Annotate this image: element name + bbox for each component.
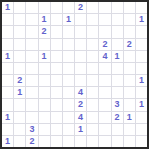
empty-cell[interactable]	[26, 51, 37, 62]
clue-cell-r10c2: 3	[26, 124, 37, 135]
clue-cell-r7c6: 4	[75, 87, 86, 98]
empty-cell[interactable]	[99, 87, 110, 98]
empty-cell[interactable]	[112, 63, 123, 74]
empty-cell[interactable]	[87, 2, 98, 13]
empty-cell[interactable]	[39, 99, 50, 110]
empty-cell[interactable]	[124, 136, 135, 147]
clue-cell-r4c3: 1	[39, 51, 50, 62]
empty-cell[interactable]	[136, 26, 147, 37]
clue-cell-r11c0: 1	[2, 136, 13, 147]
clue-cell-r8c9: 3	[112, 99, 123, 110]
clue-cell-r6c11: 1	[136, 75, 147, 86]
empty-cell[interactable]	[87, 136, 98, 147]
empty-cell[interactable]	[51, 39, 62, 50]
empty-cell[interactable]	[87, 87, 98, 98]
empty-cell[interactable]	[39, 39, 50, 50]
clue-cell-r1c11: 1	[136, 14, 147, 25]
clue-cell-r7c1: 1	[14, 87, 25, 98]
empty-cell[interactable]	[136, 63, 147, 74]
empty-cell[interactable]	[26, 39, 37, 50]
empty-cell[interactable]	[51, 99, 62, 110]
empty-cell[interactable]	[14, 26, 25, 37]
empty-cell[interactable]	[26, 87, 37, 98]
empty-cell[interactable]	[136, 2, 147, 13]
empty-cell[interactable]	[112, 136, 123, 147]
empty-cell[interactable]	[136, 124, 147, 135]
clue-cell-r8c11: 1	[136, 99, 147, 110]
empty-cell[interactable]	[14, 112, 25, 123]
empty-cell[interactable]	[87, 14, 98, 25]
empty-cell[interactable]	[75, 63, 86, 74]
empty-cell[interactable]	[39, 136, 50, 147]
empty-cell[interactable]	[39, 63, 50, 74]
empty-cell[interactable]	[2, 99, 13, 110]
empty-cell[interactable]	[63, 63, 74, 74]
empty-cell[interactable]	[87, 112, 98, 123]
empty-cell[interactable]	[124, 51, 135, 62]
puzzle-area: 121112221141211423114213112	[0, 0, 149, 149]
empty-cell[interactable]	[2, 87, 13, 98]
empty-cell[interactable]	[75, 14, 86, 25]
empty-cell[interactable]	[14, 136, 25, 147]
empty-cell[interactable]	[39, 75, 50, 86]
empty-cell[interactable]	[14, 124, 25, 135]
empty-cell[interactable]	[124, 14, 135, 25]
empty-cell[interactable]	[112, 124, 123, 135]
empty-cell[interactable]	[99, 136, 110, 147]
empty-cell[interactable]	[99, 75, 110, 86]
clue-cell-r4c0: 1	[2, 51, 13, 62]
empty-cell[interactable]	[2, 26, 13, 37]
empty-cell[interactable]	[112, 39, 123, 50]
clue-cell-r9c9: 2	[112, 112, 123, 123]
clue-cell-r0c6: 2	[75, 2, 86, 13]
clue-cell-r10c6: 1	[75, 124, 86, 135]
empty-cell[interactable]	[14, 51, 25, 62]
empty-cell[interactable]	[75, 51, 86, 62]
empty-cell[interactable]	[26, 2, 37, 13]
clue-cell-r0c0: 1	[2, 2, 13, 13]
empty-cell[interactable]	[75, 136, 86, 147]
empty-cell[interactable]	[26, 14, 37, 25]
empty-cell[interactable]	[51, 51, 62, 62]
clue-cell-r4c9: 1	[112, 51, 123, 62]
empty-cell[interactable]	[99, 26, 110, 37]
empty-cell[interactable]	[99, 2, 110, 13]
empty-cell[interactable]	[14, 14, 25, 25]
empty-cell[interactable]	[87, 39, 98, 50]
empty-cell[interactable]	[26, 63, 37, 74]
empty-cell[interactable]	[51, 136, 62, 147]
empty-cell[interactable]	[75, 26, 86, 37]
empty-cell[interactable]	[124, 99, 135, 110]
empty-cell[interactable]	[87, 75, 98, 86]
empty-cell[interactable]	[75, 75, 86, 86]
empty-cell[interactable]	[63, 51, 74, 62]
empty-cell[interactable]	[87, 99, 98, 110]
empty-cell[interactable]	[51, 124, 62, 135]
empty-cell[interactable]	[124, 63, 135, 74]
empty-cell[interactable]	[87, 124, 98, 135]
empty-cell[interactable]	[2, 124, 13, 135]
empty-cell[interactable]	[39, 124, 50, 135]
empty-cell[interactable]	[51, 75, 62, 86]
empty-cell[interactable]	[14, 39, 25, 50]
empty-cell[interactable]	[63, 124, 74, 135]
empty-cell[interactable]	[75, 39, 86, 50]
empty-cell[interactable]	[124, 26, 135, 37]
empty-cell[interactable]	[2, 75, 13, 86]
empty-cell[interactable]	[26, 99, 37, 110]
empty-cell[interactable]	[51, 87, 62, 98]
empty-cell[interactable]	[63, 75, 74, 86]
clue-cell-r9c0: 1	[2, 112, 13, 123]
empty-cell[interactable]	[26, 112, 37, 123]
empty-cell[interactable]	[136, 136, 147, 147]
empty-cell[interactable]	[124, 2, 135, 13]
clue-cell-r3c8: 2	[99, 39, 110, 50]
empty-cell[interactable]	[112, 75, 123, 86]
empty-cell[interactable]	[63, 136, 74, 147]
empty-cell[interactable]	[39, 87, 50, 98]
empty-cell[interactable]	[87, 51, 98, 62]
empty-cell[interactable]	[63, 26, 74, 37]
empty-cell[interactable]	[51, 112, 62, 123]
empty-cell[interactable]	[39, 112, 50, 123]
empty-cell[interactable]	[51, 2, 62, 13]
clue-cell-r11c2: 2	[26, 136, 37, 147]
empty-cell[interactable]	[26, 26, 37, 37]
empty-cell[interactable]	[51, 26, 62, 37]
empty-cell[interactable]	[51, 63, 62, 74]
empty-cell[interactable]	[112, 2, 123, 13]
empty-cell[interactable]	[124, 75, 135, 86]
minesweeper-board: 121112221141211423114213112	[0, 0, 149, 149]
empty-cell[interactable]	[63, 87, 74, 98]
clue-cell-r1c5: 1	[63, 14, 74, 25]
empty-cell[interactable]	[136, 112, 147, 123]
empty-cell[interactable]	[136, 51, 147, 62]
clue-cell-r2c3: 2	[39, 26, 50, 37]
empty-cell[interactable]	[99, 63, 110, 74]
empty-cell[interactable]	[14, 2, 25, 13]
empty-cell[interactable]	[124, 124, 135, 135]
empty-cell[interactable]	[124, 87, 135, 98]
empty-cell[interactable]	[112, 14, 123, 25]
empty-cell[interactable]	[63, 39, 74, 50]
empty-cell[interactable]	[99, 14, 110, 25]
empty-cell[interactable]	[2, 14, 13, 25]
empty-cell[interactable]	[87, 26, 98, 37]
empty-cell[interactable]	[2, 39, 13, 50]
clue-cell-r9c6: 4	[75, 112, 86, 123]
empty-cell[interactable]	[99, 112, 110, 123]
clue-cell-r1c3: 1	[39, 14, 50, 25]
empty-cell[interactable]	[87, 63, 98, 74]
empty-cell[interactable]	[14, 99, 25, 110]
empty-cell[interactable]	[14, 63, 25, 74]
empty-cell[interactable]	[99, 124, 110, 135]
empty-cell[interactable]	[63, 112, 74, 123]
clue-cell-r4c8: 4	[99, 51, 110, 62]
empty-cell[interactable]	[51, 14, 62, 25]
empty-cell[interactable]	[136, 87, 147, 98]
clue-cell-r9c10: 1	[124, 112, 135, 123]
empty-cell[interactable]	[136, 39, 147, 50]
empty-cell[interactable]	[99, 99, 110, 110]
empty-cell[interactable]	[63, 2, 74, 13]
empty-cell[interactable]	[39, 2, 50, 13]
clue-cell-r3c10: 2	[124, 39, 135, 50]
empty-cell[interactable]	[2, 63, 13, 74]
empty-cell[interactable]	[112, 87, 123, 98]
clue-cell-r6c1: 2	[14, 75, 25, 86]
clue-cell-r8c6: 2	[75, 99, 86, 110]
empty-cell[interactable]	[26, 75, 37, 86]
empty-cell[interactable]	[112, 26, 123, 37]
empty-cell[interactable]	[63, 99, 74, 110]
